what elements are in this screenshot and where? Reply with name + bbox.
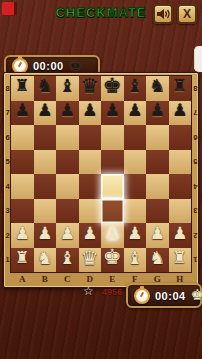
rank-label-right-2: 2 (192, 231, 199, 240)
black-timer-value: 00:00 (33, 60, 64, 72)
white-rook-a1[interactable]: ♜ (11, 246, 34, 271)
square-f1[interactable]: ♝ (124, 248, 147, 273)
square-g3[interactable] (146, 199, 169, 224)
rank-label-left-5: 5 (4, 157, 11, 166)
rank-label-left-2: 2 (4, 231, 11, 240)
square-e5[interactable] (101, 150, 124, 175)
sound-button[interactable] (153, 4, 173, 24)
square-a2[interactable]: ♟ (11, 223, 34, 248)
square-a5[interactable] (11, 150, 34, 175)
white-bishop-c1[interactable]: ♝ (56, 246, 79, 271)
square-f5[interactable] (124, 150, 147, 175)
square-b3[interactable] (34, 199, 57, 224)
square-b6[interactable] (34, 125, 57, 150)
square-h7[interactable]: ♟ (169, 101, 192, 126)
square-f3[interactable] (124, 199, 147, 224)
square-c8[interactable]: ♝ (56, 76, 79, 101)
white-pawn-f2[interactable]: ♟ (124, 221, 147, 246)
square-d6[interactable] (79, 125, 102, 150)
square-d7[interactable]: ♟ (79, 101, 102, 126)
square-a1[interactable]: ♜ (11, 248, 34, 273)
square-d8[interactable]: ♛ (79, 76, 102, 101)
white-knight-g1[interactable]: ♞ (146, 246, 169, 271)
square-f6[interactable] (124, 125, 147, 150)
white-pawn-d2[interactable]: ♟ (79, 221, 102, 246)
square-h5[interactable] (169, 150, 192, 175)
rank-label-left-3: 3 (4, 206, 11, 215)
square-e1[interactable]: ♚ (101, 248, 124, 273)
white-pawn-g2[interactable]: ♟ (146, 221, 169, 246)
file-label-c: C (64, 274, 71, 284)
score-value: 4956 (102, 287, 122, 297)
white-pawn-e2[interactable]: ♟ (101, 221, 124, 246)
square-d1[interactable]: ♛ (79, 248, 102, 273)
white-king-e1[interactable]: ♚ (101, 246, 124, 271)
square-a4[interactable] (11, 174, 34, 199)
black-bishop-f8[interactable]: ♝ (124, 74, 147, 99)
app-title: CHECKMATE (38, 5, 164, 20)
square-b7[interactable]: ♟ (34, 101, 57, 126)
file-label-e: E (109, 274, 115, 284)
square-d2[interactable]: ♟ (79, 223, 102, 248)
white-timer-value: 00:04 (155, 290, 186, 302)
square-b8[interactable]: ♞ (34, 76, 57, 101)
rank-label-left-6: 6 (4, 133, 11, 142)
square-e2[interactable]: ♟ (101, 223, 124, 248)
square-c3[interactable] (56, 199, 79, 224)
square-e4[interactable] (101, 174, 124, 199)
square-b1[interactable]: ♞ (34, 248, 57, 273)
square-d5[interactable] (79, 150, 102, 175)
square-a7[interactable]: ♟ (11, 101, 34, 126)
square-h4[interactable] (169, 174, 192, 199)
black-pawn-a7[interactable]: ♟ (11, 99, 34, 124)
white-bishop-f1[interactable]: ♝ (124, 246, 147, 271)
square-c4[interactable] (56, 174, 79, 199)
rank-label-right-1: 1 (192, 255, 199, 264)
square-g8[interactable]: ♞ (146, 76, 169, 101)
rank-label-left-8: 8 (4, 84, 11, 93)
recording-indicator (2, 2, 17, 16)
white-rook-h1[interactable]: ♜ (169, 246, 192, 271)
square-e3[interactable] (101, 199, 124, 224)
black-rook-h8[interactable]: ♜ (169, 74, 192, 99)
rank-label-left-1: 1 (4, 255, 11, 264)
square-c5[interactable] (56, 150, 79, 175)
square-c1[interactable]: ♝ (56, 248, 79, 273)
white-pawn-a2[interactable]: ♟ (11, 221, 34, 246)
square-b2[interactable]: ♟ (34, 223, 57, 248)
square-f8[interactable]: ♝ (124, 76, 147, 101)
side-panel-edge (194, 46, 202, 72)
square-h3[interactable] (169, 199, 192, 224)
rank-label-right-6: 6 (192, 133, 199, 142)
rank-label-right-5: 5 (192, 157, 199, 166)
black-pawn-c7[interactable]: ♟ (56, 99, 79, 124)
black-pawn-f7[interactable]: ♟ (124, 99, 147, 124)
square-b5[interactable] (34, 150, 57, 175)
chess-board: ♜♞♝♛♚♝♞♜♟♟♟♟♟♟♟♟♟♟♟♟♟♟♟♟♜♞♝♛♚♝♞♜ 8877665… (3, 72, 199, 288)
square-h2[interactable]: ♟ (169, 223, 192, 248)
stopwatch-icon (134, 288, 150, 304)
square-f2[interactable]: ♟ (124, 223, 147, 248)
square-g5[interactable] (146, 150, 169, 175)
square-g6[interactable] (146, 125, 169, 150)
black-bishop-c8[interactable]: ♝ (56, 74, 79, 99)
square-e7[interactable]: ♟ (101, 101, 124, 126)
black-pawn-h7[interactable]: ♟ (169, 99, 192, 124)
square-g2[interactable]: ♟ (146, 223, 169, 248)
white-pawn-b2[interactable]: ♟ (34, 221, 57, 246)
square-a8[interactable]: ♜ (11, 76, 34, 101)
square-c7[interactable]: ♟ (56, 101, 79, 126)
black-knight-b8[interactable]: ♞ (34, 74, 57, 99)
white-queen-d1[interactable]: ♛ (79, 246, 102, 271)
square-f4[interactable] (124, 174, 147, 199)
file-label-f: F (132, 274, 138, 284)
chess-app-window: CHECKMATE X 00:00 ♚ ♜♞♝♛♚♝♞♜♟♟♟♟♟♟♟♟♟♟♟♟… (0, 0, 202, 359)
rank-label-right-3: 3 (192, 206, 199, 215)
square-b4[interactable] (34, 174, 57, 199)
board-squares: ♜♞♝♛♚♝♞♜♟♟♟♟♟♟♟♟♟♟♟♟♟♟♟♟♜♞♝♛♚♝♞♜ (11, 76, 191, 272)
square-g7[interactable]: ♟ (146, 101, 169, 126)
square-h6[interactable] (169, 125, 192, 150)
white-timer: 00:04 ♚ (126, 283, 202, 308)
close-button[interactable]: X (177, 4, 197, 24)
white-knight-b1[interactable]: ♞ (34, 246, 57, 271)
square-c2[interactable]: ♟ (56, 223, 79, 248)
rank-label-right-8: 8 (192, 84, 199, 93)
speaker-icon (156, 8, 170, 20)
rank-label-left-7: 7 (4, 108, 11, 117)
white-king-icon: ♚ (191, 288, 202, 303)
black-pawn-b7[interactable]: ♟ (34, 99, 57, 124)
square-g4[interactable] (146, 174, 169, 199)
rank-label-left-4: 4 (4, 182, 11, 191)
black-rook-a8[interactable]: ♜ (11, 74, 34, 99)
rank-label-right-7: 7 (192, 108, 199, 117)
black-pawn-g7[interactable]: ♟ (146, 99, 169, 124)
square-h8[interactable]: ♜ (169, 76, 192, 101)
black-pawn-d7[interactable]: ♟ (79, 99, 102, 124)
rank-label-right-4: 4 (192, 182, 199, 191)
black-king-e8[interactable]: ♚ (101, 74, 124, 99)
black-pawn-e7[interactable]: ♟ (101, 99, 124, 124)
file-label-d: D (87, 274, 94, 284)
square-h1[interactable]: ♜ (169, 248, 192, 273)
black-knight-g8[interactable]: ♞ (146, 74, 169, 99)
black-queen-d8[interactable]: ♛ (79, 74, 102, 99)
square-g1[interactable]: ♞ (146, 248, 169, 273)
square-e8[interactable]: ♚ (101, 76, 124, 101)
square-a3[interactable] (11, 199, 34, 224)
square-d3[interactable] (79, 199, 102, 224)
square-d4[interactable] (79, 174, 102, 199)
file-label-h: H (176, 274, 183, 284)
white-pawn-h2[interactable]: ♟ (169, 221, 192, 246)
square-c6[interactable] (56, 125, 79, 150)
file-label-g: G (154, 274, 161, 284)
square-f7[interactable]: ♟ (124, 101, 147, 126)
star-icon: ☆ (83, 284, 94, 298)
white-pawn-c2[interactable]: ♟ (56, 221, 79, 246)
square-e6[interactable] (101, 125, 124, 150)
file-label-b: B (42, 274, 48, 284)
file-label-a: A (19, 274, 26, 284)
square-a6[interactable] (11, 125, 34, 150)
close-icon: X (183, 8, 191, 20)
